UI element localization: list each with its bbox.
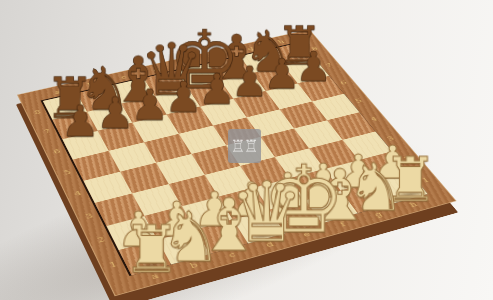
photo-scene: abcdefgh abcdefgh 87654321 87654321 ♜♞♝♛…	[0, 0, 493, 300]
rook-icon: ♖	[244, 138, 259, 155]
watermark-logo: ♖ ♖	[228, 129, 261, 163]
